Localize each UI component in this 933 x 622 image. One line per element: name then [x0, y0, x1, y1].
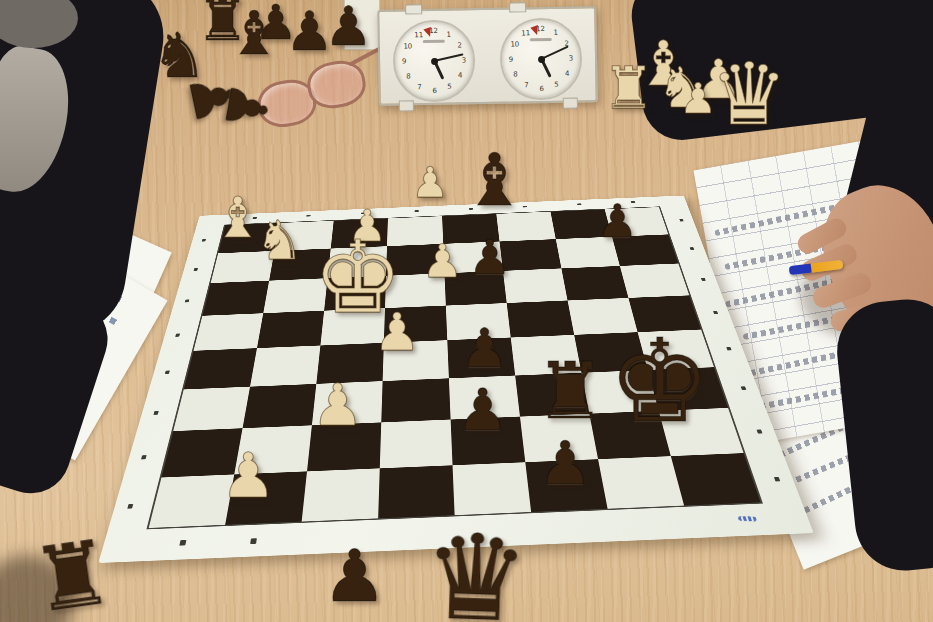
clock-numeral-7: 7: [524, 81, 529, 89]
square-f1[interactable]: [173, 386, 250, 431]
captured-black-queen: ♛: [421, 518, 531, 622]
clock-numeral-4: 4: [458, 71, 463, 79]
piece-white-pawn-e4[interactable]: ♟: [374, 306, 421, 358]
clock-foot-right: [563, 97, 578, 108]
clock-numeral-5: 5: [447, 83, 452, 91]
coordinate-mark: [415, 210, 419, 212]
clock-dial-left: 121234567891011: [392, 19, 475, 102]
coordinate-mark: [713, 311, 718, 314]
clock-numeral-9: 9: [402, 57, 407, 65]
piece-black-bishop-b5[interactable]: ♝: [462, 144, 527, 216]
clock-numeral-8: 8: [406, 72, 411, 80]
coordinate-mark: [690, 247, 695, 250]
clock-numeral-4: 4: [565, 70, 570, 78]
piece-black-king-g7[interactable]: ♚: [608, 324, 711, 439]
clock-brand-mark: [423, 40, 445, 43]
coordinate-mark: [577, 203, 581, 205]
coordinate-mark: [307, 215, 311, 217]
coordinate-mark: [679, 219, 683, 222]
square-c8[interactable]: [620, 263, 689, 297]
square-h5[interactable]: [453, 462, 532, 515]
piece-black-rook-g6[interactable]: ♜: [535, 352, 605, 430]
piece-white-knight-c2[interactable]: ♞: [255, 214, 303, 268]
piece-white-pawn-b4[interactable]: ♟: [411, 162, 449, 204]
piece-black-pawn-g5[interactable]: ♟: [457, 381, 509, 439]
clock-numeral-5: 5: [554, 81, 559, 89]
square-h3[interactable]: [302, 468, 380, 522]
coordinate-mark: [179, 540, 186, 546]
clock-dial-right: 121234567891011: [499, 17, 582, 100]
clock-numeral-1: 1: [446, 31, 451, 39]
coordinate-mark: [726, 347, 731, 350]
square-h8[interactable]: [671, 453, 761, 506]
square-d1[interactable]: [194, 313, 264, 351]
clock-numeral-3: 3: [462, 56, 467, 64]
clock-numeral-1: 1: [553, 29, 558, 37]
square-d6[interactable]: [507, 300, 574, 337]
square-g4[interactable]: [380, 420, 453, 469]
coordinate-mark: [757, 429, 763, 433]
clock-numeral-8: 8: [513, 70, 518, 78]
dial-hub: [431, 57, 438, 64]
minute-hand: [541, 45, 569, 59]
square-f2[interactable]: [243, 384, 317, 429]
piece-black-pawn-h6[interactable]: ♟: [538, 433, 592, 493]
clock-numeral-6: 6: [539, 85, 544, 93]
coordinate-mark: [202, 239, 206, 242]
piece-black-pawn-c5[interactable]: ♟: [468, 233, 511, 281]
minute-hand: [434, 53, 464, 62]
dial-hub: [538, 56, 545, 63]
clock-foot-left: [399, 100, 414, 111]
clock-numeral-2: 2: [457, 41, 462, 49]
captured-black-pawn: ♟: [322, 540, 387, 612]
captured-black-pawn: ♟: [216, 79, 278, 136]
square-e1[interactable]: [184, 348, 257, 389]
clock-numeral-10: 10: [403, 42, 412, 50]
captured-black-pawn: ♟: [285, 5, 333, 59]
coordinate-mark: [741, 386, 747, 390]
piece-white-pawn-h2[interactable]: ♟: [221, 445, 277, 507]
clock-numeral-7: 7: [417, 83, 422, 91]
captured-black-bishop: ♝: [227, 3, 281, 63]
clock-button-left[interactable]: [405, 4, 422, 14]
piece-white-pawn-d4[interactable]: ♟: [422, 238, 463, 284]
clock-brand-mark: [530, 38, 552, 41]
captured-white-rook: ♜: [603, 59, 655, 117]
coordinate-mark: [701, 278, 706, 281]
square-c1[interactable]: [202, 281, 269, 316]
piece-black-pawn-f5[interactable]: ♟: [460, 322, 508, 376]
clock-numeral-3: 3: [569, 55, 574, 63]
piece-black-pawn-d7[interactable]: ♟: [597, 198, 638, 244]
clock-numeral-11: 11: [414, 31, 423, 39]
square-h7[interactable]: [598, 456, 684, 509]
chess-clock: 121234567891011 121234567891011: [377, 6, 598, 106]
coordinate-mark: [250, 538, 257, 544]
clock-numeral-11: 11: [521, 29, 530, 37]
clock-button-right[interactable]: [509, 2, 526, 12]
clock-numeral-6: 6: [432, 87, 437, 95]
piece-white-pawn-g3[interactable]: ♟: [312, 376, 364, 434]
clock-numeral-9: 9: [509, 56, 514, 64]
square-f4[interactable]: [381, 378, 450, 422]
captured-white-queen: ♛: [711, 51, 788, 137]
square-c7[interactable]: [561, 266, 628, 300]
square-c6[interactable]: [503, 268, 568, 302]
clock-numeral-10: 10: [510, 40, 519, 48]
margin-handwritten-note: [738, 516, 757, 522]
captured-black-rook: ♜: [27, 528, 117, 622]
square-e2[interactable]: [250, 345, 320, 386]
